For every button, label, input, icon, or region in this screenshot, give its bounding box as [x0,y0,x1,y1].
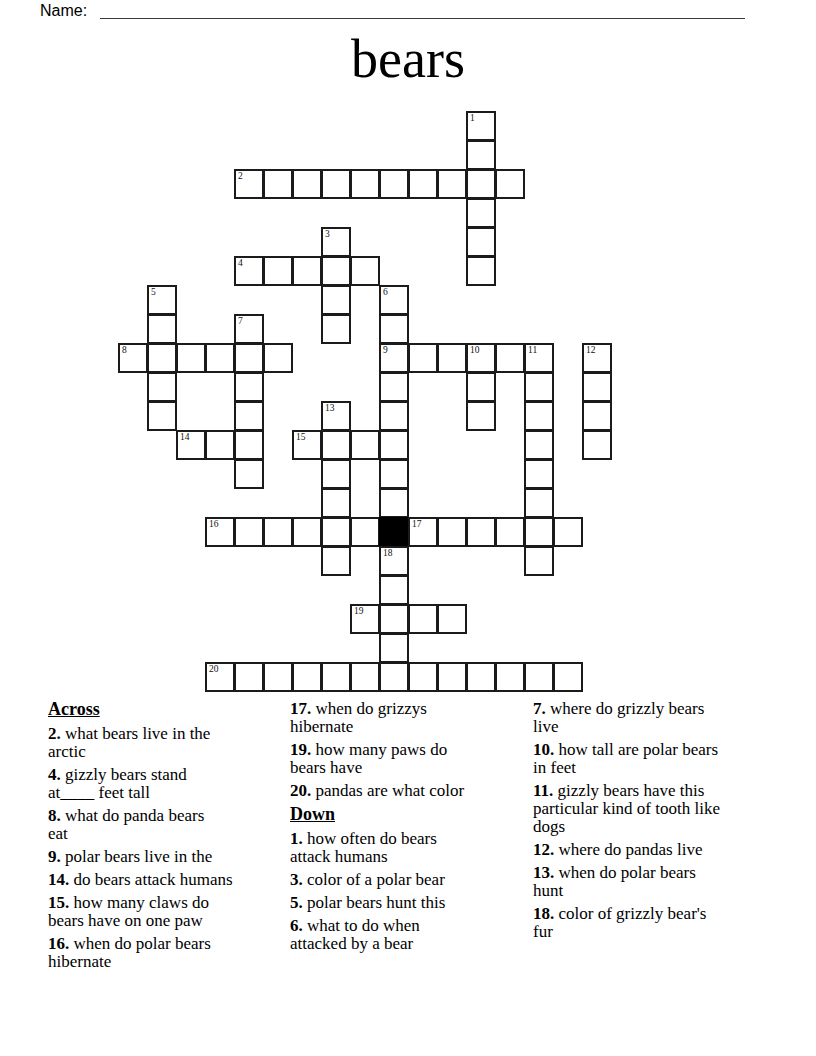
grid-cell[interactable]: 5 [147,285,177,315]
grid-cell[interactable] [263,662,293,692]
clue-number: 11. [533,781,553,800]
clue-item: 7. where do grizzly bears live [533,700,773,736]
clue-text: how often do bears attack humans [290,829,437,866]
clue-item: 2. what bears live in the arctic [48,725,283,761]
clue-number: 15. [48,893,69,912]
grid-cell[interactable] [408,169,438,199]
grid-cell[interactable]: 18 [379,546,409,576]
grid-cell[interactable]: 17 [408,517,438,547]
clue-number: 7. [533,699,546,718]
clue-number: 1. [290,829,303,848]
clue-number: 14. [48,870,69,889]
grid-cell[interactable] [176,343,206,373]
crossword-grid: 1234567891011121314151617181920 [118,111,613,693]
clue-text: when do polar bears hibernate [48,934,211,971]
clue-text: how many claws do bears have on one paw [48,893,209,930]
clue-column-left: Across2. what bears live in the arctic4.… [48,700,283,976]
grid-cell[interactable] [437,169,467,199]
grid-cell[interactable] [466,198,496,228]
grid-cell[interactable] [408,662,438,692]
grid-cell[interactable] [205,343,235,373]
grid-cell[interactable]: 13 [321,401,351,431]
grid-cell[interactable] [524,459,554,489]
cell-number: 5 [151,287,156,298]
grid-cell[interactable] [524,488,554,518]
clue-text: do bears attack humans [74,870,233,889]
clue-text: where do grizzly bears live [533,699,704,736]
grid-cell[interactable] [321,459,351,489]
clue-item: 9. polar bears live in the [48,848,283,866]
clue-text: polar bears live in the [65,847,212,866]
cell-number: 11 [528,345,537,356]
grid-cell[interactable]: 1 [466,111,496,141]
clue-number: 18. [533,904,554,923]
grid-cell[interactable] [263,343,293,373]
clue-number: 10. [533,740,554,759]
clue-item: 4. gizzly bears stand at____ feet tall [48,766,283,802]
grid-cell[interactable] [379,459,409,489]
cell-number: 20 [209,664,219,675]
grid-cell[interactable] [524,401,554,431]
grid-cell[interactable] [321,517,351,547]
clue-item: 19. how many paws do bears have [290,741,525,777]
grid-cell[interactable] [379,575,409,605]
grid-cell[interactable] [234,517,264,547]
clue-number: 8. [48,806,61,825]
grid-cell[interactable] [350,430,380,460]
grid-cell[interactable] [350,662,380,692]
grid-cell[interactable] [582,430,612,460]
clue-number: 4. [48,765,61,784]
clue-item: 14. do bears attack humans [48,871,283,889]
clue-text: color of grizzly bear's fur [533,904,706,941]
clue-text: when do grizzys hibernate [290,699,427,736]
grid-cell[interactable] [524,517,554,547]
grid-cell[interactable]: 7 [234,314,264,344]
name-blank-line [100,2,745,19]
grid-cell[interactable] [234,401,264,431]
grid-cell[interactable] [321,546,351,576]
grid-cell[interactable] [147,343,177,373]
clue-number: 6. [290,916,303,935]
grid-cell[interactable] [379,401,409,431]
clue-text: color of a polar bear [307,870,445,889]
grid-cell[interactable] [437,662,467,692]
clue-number: 17. [290,699,311,718]
grid-cell[interactable] [379,633,409,663]
grid-cell[interactable] [350,169,380,199]
clue-item: 5. polar bears hunt this [290,894,525,912]
grid-cell[interactable] [466,372,496,402]
grid-cell[interactable]: 3 [321,227,351,257]
grid-cell[interactable] [466,517,496,547]
grid-cell[interactable] [408,604,438,634]
grid-cell[interactable] [495,662,525,692]
grid-cell[interactable] [408,343,438,373]
clue-item: 18. color of grizzly bear's fur [533,905,773,941]
cell-number: 4 [238,258,243,269]
grid-cell[interactable] [379,372,409,402]
cell-number: 17 [412,519,422,530]
grid-cell[interactable] [147,372,177,402]
grid-cell[interactable] [292,169,322,199]
grid-cell[interactable] [437,343,467,373]
grid-cell[interactable] [234,459,264,489]
clue-text: what do panda bears eat [48,806,204,843]
grid-cell[interactable] [321,256,351,286]
cell-number: 3 [325,229,330,240]
grid-cell[interactable] [147,314,177,344]
clue-item: 1. how often do bears attack humans [290,830,525,866]
clue-text: pandas are what color [316,781,465,800]
clue-text: what bears live in the arctic [48,724,210,761]
clue-item: 16. when do polar bears hibernate [48,935,283,971]
grid-cell[interactable] [350,256,380,286]
cell-number: 19 [354,606,364,617]
grid-cell[interactable] [321,285,351,315]
grid-cell[interactable]: 14 [176,430,206,460]
clue-item: 20. pandas are what color [290,782,525,800]
cell-number: 12 [586,345,596,356]
cell-number: 18 [383,548,393,559]
clue-number: 20. [290,781,311,800]
grid-cell[interactable] [495,343,525,373]
down-header: Down [290,805,525,823]
grid-cell[interactable]: 20 [205,662,235,692]
grid-cell[interactable] [263,256,293,286]
grid-cell[interactable] [292,662,322,692]
grid-cell[interactable] [582,401,612,431]
grid-cell[interactable] [553,517,583,547]
clue-number: 5. [290,893,303,912]
grid-cell[interactable] [495,169,525,199]
cell-number: 9 [383,345,388,356]
grid-cell[interactable] [263,517,293,547]
page-title: bears [0,28,816,90]
clue-text: how many paws do bears have [290,740,447,777]
name-label: Name: [40,2,87,20]
clue-text: when do polar bears hunt [533,863,696,900]
clue-column-right: 7. where do grizzly bears live10. how ta… [533,700,773,946]
cell-number: 14 [180,432,190,443]
grid-cell[interactable]: 2 [234,169,264,199]
grid-cell[interactable]: 12 [582,343,612,373]
clue-item: 17. when do grizzys hibernate [290,700,525,736]
clue-item: 12. where do pandas live [533,841,773,859]
clue-number: 13. [533,863,554,882]
clue-item: 11. gizzly bears have this particular ki… [533,782,773,836]
clue-number: 3. [290,870,303,889]
grid-cell[interactable] [582,372,612,402]
grid-cell[interactable] [524,430,554,460]
grid-cell[interactable] [495,517,525,547]
grid-cell[interactable]: 15 [292,430,322,460]
grid-cell[interactable]: 4 [234,256,264,286]
grid-cell[interactable] [466,401,496,431]
grid-cell[interactable] [205,430,235,460]
clue-number: 19. [290,740,311,759]
clue-number: 16. [48,934,69,953]
cell-number: 16 [209,519,219,530]
grid-cell[interactable] [524,662,554,692]
grid-cell[interactable] [379,169,409,199]
clue-text: gizzly bears stand at____ feet tall [48,765,187,802]
grid-cell[interactable] [466,227,496,257]
grid-cell[interactable] [524,372,554,402]
clue-item: 3. color of a polar bear [290,871,525,889]
cell-number: 2 [238,171,243,182]
grid-cell[interactable] [379,314,409,344]
grid-cell[interactable] [466,662,496,692]
grid-cell[interactable] [292,517,322,547]
grid-cell[interactable] [466,256,496,286]
grid-cell[interactable] [292,256,322,286]
grid-cell[interactable] [437,604,467,634]
clue-text: what to do when attacked by a bear [290,916,420,953]
grid-cell[interactable] [321,488,351,518]
grid-cell[interactable]: 11 [524,343,554,373]
cell-number: 8 [122,345,127,356]
grid-cell[interactable] [466,140,496,170]
grid-cell[interactable] [321,430,351,460]
grid-cell[interactable]: 8 [118,343,148,373]
clue-number: 2. [48,724,61,743]
cell-number: 13 [325,403,335,414]
grid-cell[interactable] [350,517,380,547]
clue-number: 9. [48,847,61,866]
across-header: Across [48,700,283,718]
grid-cell[interactable] [234,372,264,402]
clue-item: 10. how tall are polar bears in feet [533,741,773,777]
grid-cell[interactable]: 9 [379,343,409,373]
clue-number: 12. [533,840,554,859]
grid-cell[interactable] [379,604,409,634]
grid-cell[interactable] [379,662,409,692]
clue-item: 8. what do panda bears eat [48,807,283,843]
clue-text: how tall are polar bears in feet [533,740,718,777]
cell-number: 6 [383,287,388,298]
clue-item: 6. what to do when attacked by a bear [290,917,525,953]
clue-text: polar bears hunt this [307,893,445,912]
grid-cell[interactable] [553,662,583,692]
clue-text: where do pandas live [559,840,703,859]
grid-cell[interactable] [234,662,264,692]
grid-cell[interactable]: 6 [379,285,409,315]
black-cell [379,517,409,547]
clue-text: gizzly bears have this particular kind o… [533,781,720,836]
grid-cell[interactable] [466,169,496,199]
grid-cell[interactable] [321,169,351,199]
grid-cell[interactable] [321,662,351,692]
grid-cell[interactable]: 16 [205,517,235,547]
clue-column-middle: 17. when do grizzys hibernate19. how man… [290,700,525,958]
grid-cell[interactable] [437,517,467,547]
grid-cell[interactable] [147,401,177,431]
clue-item: 13. when do polar bears hunt [533,864,773,900]
grid-cell[interactable]: 10 [466,343,496,373]
grid-cell[interactable] [524,546,554,576]
grid-cell[interactable]: 19 [350,604,380,634]
cell-number: 7 [238,316,243,327]
clue-item: 15. how many claws do bears have on one … [48,894,283,930]
cell-number: 10 [470,345,480,356]
cell-number: 15 [296,432,306,443]
grid-cell[interactable] [321,314,351,344]
grid-cell[interactable] [234,430,264,460]
grid-cell[interactable] [263,169,293,199]
grid-cell[interactable] [234,343,264,373]
grid-cell[interactable] [379,430,409,460]
grid-cell[interactable] [379,488,409,518]
cell-number: 1 [470,113,475,124]
